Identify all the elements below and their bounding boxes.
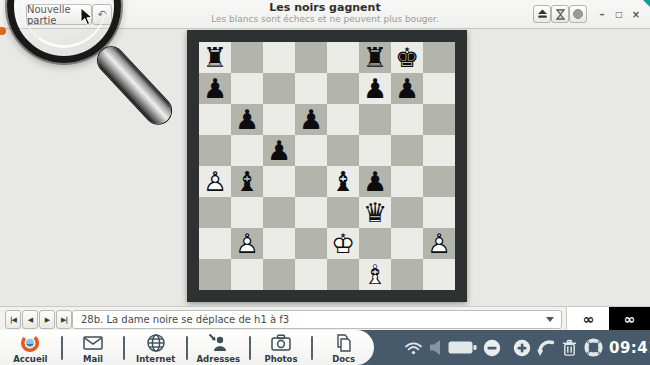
camera-icon — [271, 333, 291, 353]
square-f8[interactable]: ♜ — [359, 42, 391, 73]
magnifier-handle — [93, 42, 177, 129]
black-pawn: ♟ — [391, 73, 423, 104]
square-e4[interactable]: ♝ — [327, 166, 359, 197]
square-c2[interactable] — [263, 228, 295, 259]
black-king: ♚ — [391, 42, 423, 73]
trash-icon[interactable] — [561, 339, 578, 357]
previous-move-button[interactable]: ◀ — [22, 310, 38, 329]
lens-orange-dot — [0, 27, 6, 35]
black-pawn: ♟ — [231, 104, 263, 135]
square-f6[interactable] — [359, 104, 391, 135]
go-first-move-button[interactable]: |◀ — [5, 310, 21, 329]
square-h8[interactable] — [423, 42, 455, 73]
square-g4[interactable] — [391, 166, 423, 197]
square-a4[interactable]: ♟♙ — [199, 166, 231, 197]
dot-button[interactable] — [569, 5, 587, 23]
hourglass-button[interactable] — [551, 5, 569, 23]
square-f5[interactable] — [359, 135, 391, 166]
square-h1[interactable] — [423, 259, 455, 290]
square-h2[interactable]: ♟♙ — [423, 228, 455, 259]
square-a1[interactable] — [199, 259, 231, 290]
white-pawn: ♟♙ — [231, 228, 263, 259]
zoom-in-button[interactable] — [513, 339, 531, 357]
taskbar-item-mail[interactable]: Mail — [63, 330, 124, 365]
square-a6[interactable] — [199, 104, 231, 135]
white-pawn: ♟♙ — [423, 228, 455, 259]
square-c3[interactable] — [263, 197, 295, 228]
black-rook: ♜ — [199, 42, 231, 73]
eject-icon — [537, 9, 548, 19]
eject-button[interactable] — [533, 5, 551, 23]
square-f7[interactable]: ♟ — [359, 73, 391, 104]
globe-icon — [146, 333, 166, 353]
square-f3[interactable]: ♛ — [359, 197, 391, 228]
square-e8[interactable] — [327, 42, 359, 73]
square-g6[interactable] — [391, 104, 423, 135]
square-c8[interactable] — [263, 42, 295, 73]
square-g8[interactable]: ♚ — [391, 42, 423, 73]
square-e7[interactable] — [327, 73, 359, 104]
black-pawn: ♟ — [359, 73, 391, 104]
square-c5[interactable]: ♟ — [263, 135, 295, 166]
taskbar-item-photos[interactable]: Photos — [251, 330, 312, 365]
taskbar-label: Internet — [136, 354, 175, 364]
status-subtitle: Les blancs sont échecs et ne peuvent plu… — [160, 14, 490, 25]
square-h7[interactable] — [423, 73, 455, 104]
square-e3[interactable] — [327, 197, 359, 228]
square-g1[interactable] — [391, 259, 423, 290]
black-bishop: ♝ — [231, 166, 263, 197]
undo-button[interactable] — [537, 339, 555, 357]
dot-icon — [573, 9, 583, 19]
window-minimize-button[interactable]: – — [595, 0, 609, 28]
square-f4[interactable]: ♟ — [359, 166, 391, 197]
square-d7[interactable] — [295, 73, 327, 104]
mail-icon — [83, 333, 103, 353]
black-pawn: ♟ — [295, 104, 327, 135]
taskbar-label: Adresses — [197, 354, 241, 364]
square-a8[interactable]: ♜ — [199, 42, 231, 73]
black-pawn: ♟ — [263, 135, 295, 166]
add-contact-icon — [208, 333, 228, 353]
next-move-button[interactable]: ▶ — [39, 310, 55, 329]
black-player-clock: ∞ — [609, 307, 650, 331]
taskbar-item-accueil[interactable]: Accueil — [0, 330, 61, 365]
taskbar-label: Mail — [83, 354, 103, 364]
taskbar-item-docs[interactable]: Docs — [313, 330, 374, 365]
accueil-logo-icon — [19, 333, 41, 353]
square-h5[interactable] — [423, 135, 455, 166]
black-pawn: ♟ — [359, 166, 391, 197]
documents-icon — [334, 333, 354, 353]
square-g2[interactable] — [391, 228, 423, 259]
move-list-dropdown[interactable]: 28b. La dame noire se déplace de h1 à f3 — [72, 310, 562, 329]
square-b2[interactable]: ♟♙ — [231, 228, 263, 259]
app-launcher-panel: Accueil Mail Internet — [0, 330, 374, 365]
square-b3[interactable] — [231, 197, 263, 228]
black-rook: ♜ — [359, 42, 391, 73]
square-h6[interactable] — [423, 104, 455, 135]
square-c1[interactable] — [263, 259, 295, 290]
square-e1[interactable] — [327, 259, 359, 290]
go-last-move-button[interactable]: ▶| — [56, 310, 72, 329]
square-d1[interactable] — [295, 259, 327, 290]
corner-flag — [643, 0, 650, 7]
taskbar-item-adresses[interactable]: Adresses — [188, 330, 249, 365]
square-b7[interactable] — [231, 73, 263, 104]
square-d6[interactable]: ♟ — [295, 104, 327, 135]
white-king: ♚♔ — [327, 228, 359, 259]
white-player-clock: ∞ — [566, 307, 610, 331]
square-g5[interactable] — [391, 135, 423, 166]
taskbar-label: Accueil — [13, 354, 47, 364]
square-d8[interactable] — [295, 42, 327, 73]
square-c4[interactable] — [263, 166, 295, 197]
square-b5[interactable] — [231, 135, 263, 166]
square-d3[interactable] — [295, 197, 327, 228]
square-d4[interactable] — [295, 166, 327, 197]
square-f1[interactable]: ♝♗ — [359, 259, 391, 290]
square-g7[interactable]: ♟ — [391, 73, 423, 104]
zoom-out-button[interactable] — [483, 339, 501, 357]
chevron-down-icon — [546, 317, 554, 322]
chess-board: ♜♜♚♟♟♟♟♟♟♟♙♝♝♟♛♟♙♚♔♟♙♝♗ — [187, 30, 467, 302]
page-title: Les noirs gagnent — [160, 2, 490, 14]
title-wrap: Les noirs gagnent Les blancs sont échecs… — [160, 2, 490, 25]
black-pawn: ♟ — [199, 73, 231, 104]
square-d2[interactable] — [295, 228, 327, 259]
square-a3[interactable] — [199, 197, 231, 228]
clock: 09:41 — [609, 339, 650, 357]
move-bar: |◀ ◀ ▶ ▶| 28b. La dame noire se déplace … — [0, 306, 650, 331]
current-move-text: 28b. La dame noire se déplace de h1 à f3 — [73, 314, 546, 325]
square-a7[interactable]: ♟ — [199, 73, 231, 104]
hourglass-icon — [555, 9, 566, 20]
square-b1[interactable] — [231, 259, 263, 290]
black-bishop: ♝ — [327, 166, 359, 197]
square-e5[interactable] — [327, 135, 359, 166]
square-b6[interactable]: ♟ — [231, 104, 263, 135]
square-e2[interactable]: ♚♔ — [327, 228, 359, 259]
square-a5[interactable] — [199, 135, 231, 166]
mouse-cursor-icon — [80, 7, 93, 26]
square-h4[interactable] — [423, 166, 455, 197]
wifi-icon[interactable] — [404, 340, 423, 356]
square-f2[interactable] — [359, 228, 391, 259]
speaker-muted-icon[interactable] — [429, 339, 442, 356]
square-e6[interactable] — [327, 104, 359, 135]
window-maximize-button[interactable]: □ — [612, 0, 626, 28]
square-d5[interactable] — [295, 135, 327, 166]
square-h3[interactable] — [423, 197, 455, 228]
white-bishop: ♝♗ — [359, 259, 391, 290]
taskbar: Accueil Mail Internet — [0, 330, 650, 365]
battery-icon[interactable] — [448, 339, 477, 356]
status-icons: 09:41 — [404, 330, 650, 365]
square-a2[interactable] — [199, 228, 231, 259]
taskbar-item-internet[interactable]: Internet — [125, 330, 186, 365]
window-close-button[interactable]: × — [629, 0, 643, 28]
screen: Nouvelle partie ↶ Les noirs gagnent Les … — [0, 0, 650, 365]
taskbar-label: Docs — [332, 354, 355, 364]
square-c7[interactable] — [263, 73, 295, 104]
taskbar-label: Photos — [264, 354, 297, 364]
square-b8[interactable] — [231, 42, 263, 73]
square-g3[interactable] — [391, 197, 423, 228]
black-queen: ♛ — [359, 197, 391, 228]
square-b4[interactable]: ♝ — [231, 166, 263, 197]
help-lifebuoy-icon[interactable] — [584, 338, 603, 357]
white-pawn: ♟♙ — [199, 166, 231, 197]
square-c6[interactable] — [263, 104, 295, 135]
